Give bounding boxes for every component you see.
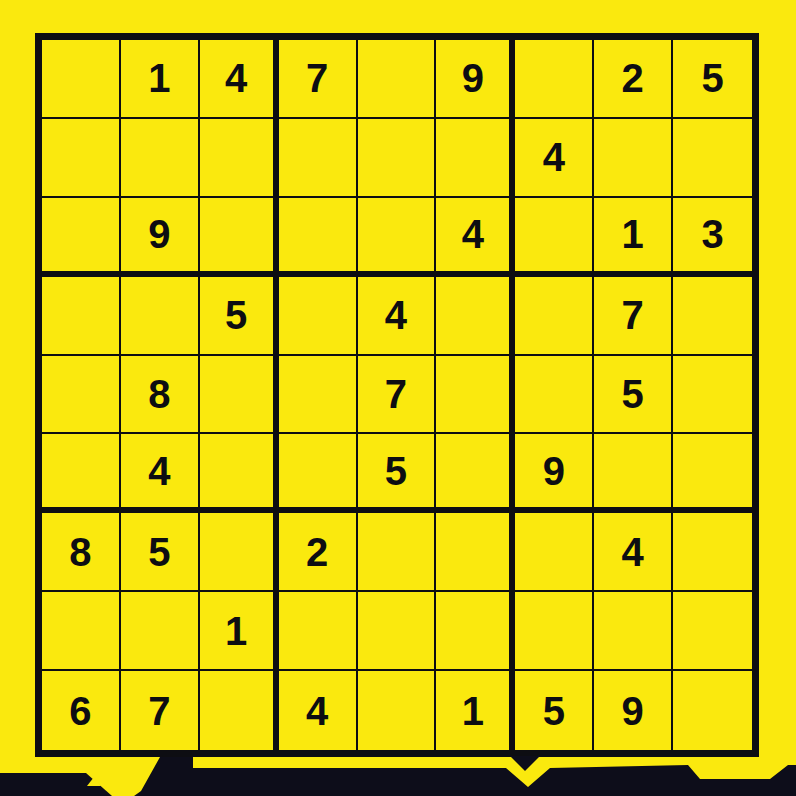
sudoku-cell-r8c9[interactable] xyxy=(673,592,752,671)
sudoku-board: 1479254941354787545985241674159 xyxy=(35,33,759,757)
sudoku-cell-r7c8[interactable]: 4 xyxy=(594,513,673,592)
sudoku-cell-r3c6[interactable]: 4 xyxy=(436,198,515,277)
sudoku-cell-r1c4[interactable]: 7 xyxy=(279,40,358,119)
sudoku-cell-r3c9[interactable]: 3 xyxy=(673,198,752,277)
sudoku-cell-r3c7[interactable] xyxy=(515,198,594,277)
sudoku-cell-r6c1[interactable] xyxy=(42,434,121,513)
sudoku-cell-r5c9[interactable] xyxy=(673,356,752,435)
sudoku-cell-r5c2[interactable]: 8 xyxy=(121,356,200,435)
sudoku-cell-r5c1[interactable] xyxy=(42,356,121,435)
sudoku-cell-r1c7[interactable] xyxy=(515,40,594,119)
sudoku-cell-r4c9[interactable] xyxy=(673,277,752,356)
sudoku-cell-r7c1[interactable]: 8 xyxy=(42,513,121,592)
background: 1479254941354787545985241674159 xyxy=(0,0,796,796)
sudoku-cell-r7c9[interactable] xyxy=(673,513,752,592)
sudoku-cell-r7c3[interactable] xyxy=(200,513,279,592)
trim-chevron-icon xyxy=(510,756,540,771)
sudoku-cell-r1c6[interactable]: 9 xyxy=(436,40,515,119)
sudoku-cell-r6c4[interactable] xyxy=(279,434,358,513)
sudoku-cell-r2c9[interactable] xyxy=(673,119,752,198)
sudoku-cell-r4c3[interactable]: 5 xyxy=(200,277,279,356)
sudoku-cell-r1c3[interactable]: 4 xyxy=(200,40,279,119)
sudoku-cell-r8c3[interactable]: 1 xyxy=(200,592,279,671)
sudoku-cell-r1c2[interactable]: 1 xyxy=(121,40,200,119)
sudoku-cell-r4c8[interactable]: 7 xyxy=(594,277,673,356)
sudoku-cell-r6c3[interactable] xyxy=(200,434,279,513)
sudoku-cell-r9c6[interactable]: 1 xyxy=(436,671,515,750)
sudoku-cell-r8c7[interactable] xyxy=(515,592,594,671)
sudoku-cell-r3c5[interactable] xyxy=(358,198,437,277)
sudoku-cell-r1c8[interactable]: 2 xyxy=(594,40,673,119)
sudoku-cell-r6c5[interactable]: 5 xyxy=(358,434,437,513)
sudoku-cell-r5c4[interactable] xyxy=(279,356,358,435)
sudoku-cell-r3c8[interactable]: 1 xyxy=(594,198,673,277)
sudoku-cell-r8c6[interactable] xyxy=(436,592,515,671)
sudoku-cell-r7c5[interactable] xyxy=(358,513,437,592)
decorative-trim xyxy=(0,750,796,796)
sudoku-cell-r3c2[interactable]: 9 xyxy=(121,198,200,277)
sudoku-cell-r2c2[interactable] xyxy=(121,119,200,198)
sudoku-cell-r8c8[interactable] xyxy=(594,592,673,671)
sudoku-cell-r3c1[interactable] xyxy=(42,198,121,277)
sudoku-cell-r7c6[interactable] xyxy=(436,513,515,592)
sudoku-cell-r7c4[interactable]: 2 xyxy=(279,513,358,592)
sudoku-cell-r2c7[interactable]: 4 xyxy=(515,119,594,198)
sudoku-cell-r9c3[interactable] xyxy=(200,671,279,750)
sudoku-cell-r2c5[interactable] xyxy=(358,119,437,198)
sudoku-cell-r9c4[interactable]: 4 xyxy=(279,671,358,750)
sudoku-cell-r6c8[interactable] xyxy=(594,434,673,513)
sudoku-cell-r8c1[interactable] xyxy=(42,592,121,671)
sudoku-cell-r3c3[interactable] xyxy=(200,198,279,277)
sudoku-cell-r6c2[interactable]: 4 xyxy=(121,434,200,513)
sudoku-cell-r1c5[interactable] xyxy=(358,40,437,119)
sudoku-cell-r6c9[interactable] xyxy=(673,434,752,513)
sudoku-cell-r9c1[interactable]: 6 xyxy=(42,671,121,750)
sudoku-cell-r7c2[interactable]: 5 xyxy=(121,513,200,592)
sudoku-cell-r8c5[interactable] xyxy=(358,592,437,671)
sudoku-cell-r2c8[interactable] xyxy=(594,119,673,198)
sudoku-cell-r9c5[interactable] xyxy=(358,671,437,750)
sudoku-cell-r9c2[interactable]: 7 xyxy=(121,671,200,750)
sudoku-cell-r5c5[interactable]: 7 xyxy=(358,356,437,435)
sudoku-cell-r4c6[interactable] xyxy=(436,277,515,356)
sudoku-cell-r5c3[interactable] xyxy=(200,356,279,435)
sudoku-cell-r2c1[interactable] xyxy=(42,119,121,198)
trim-main-band xyxy=(134,757,796,796)
sudoku-cell-r4c1[interactable] xyxy=(42,277,121,356)
sudoku-cell-r5c8[interactable]: 5 xyxy=(594,356,673,435)
sudoku-cell-r8c2[interactable] xyxy=(121,592,200,671)
sudoku-cell-r1c9[interactable]: 5 xyxy=(673,40,752,119)
sudoku-cell-r9c7[interactable]: 5 xyxy=(515,671,594,750)
sudoku-cell-r2c6[interactable] xyxy=(436,119,515,198)
sudoku-cell-r4c4[interactable] xyxy=(279,277,358,356)
sudoku-cell-r6c7[interactable]: 9 xyxy=(515,434,594,513)
sudoku-cell-r4c2[interactable] xyxy=(121,277,200,356)
sudoku-cell-r2c3[interactable] xyxy=(200,119,279,198)
sudoku-cell-r6c6[interactable] xyxy=(436,434,515,513)
sudoku-cell-r2c4[interactable] xyxy=(279,119,358,198)
sudoku-cell-r9c9[interactable] xyxy=(673,671,752,750)
sudoku-cell-r4c5[interactable]: 4 xyxy=(358,277,437,356)
sudoku-cell-r5c7[interactable] xyxy=(515,356,594,435)
sudoku-cell-r9c8[interactable]: 9 xyxy=(594,671,673,750)
sudoku-cell-r8c4[interactable] xyxy=(279,592,358,671)
sudoku-cell-r4c7[interactable] xyxy=(515,277,594,356)
sudoku-cell-r1c1[interactable] xyxy=(42,40,121,119)
sudoku-cell-r7c7[interactable] xyxy=(515,513,594,592)
sudoku-cell-r5c6[interactable] xyxy=(436,356,515,435)
sudoku-cell-r3c4[interactable] xyxy=(279,198,358,277)
